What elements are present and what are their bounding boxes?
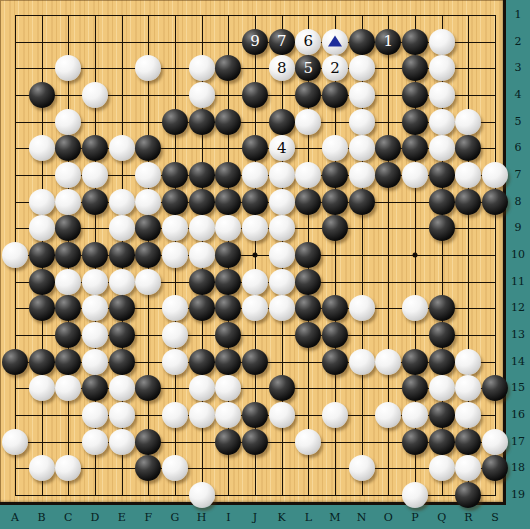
stone-white-K9[interactable] bbox=[269, 215, 295, 241]
row-label-3: 3 bbox=[506, 62, 530, 74]
stone-white-D11[interactable] bbox=[82, 269, 108, 295]
stone-white-L17[interactable] bbox=[295, 429, 321, 455]
stone-black-L8[interactable] bbox=[295, 189, 321, 215]
stone-black-C10[interactable] bbox=[55, 242, 81, 268]
column-label-R: R bbox=[458, 511, 478, 524]
stone-black-L3[interactable]: 5 bbox=[295, 55, 321, 81]
stone-black-H14[interactable] bbox=[189, 349, 215, 375]
row-label-5: 5 bbox=[506, 116, 530, 128]
stone-black-J4[interactable] bbox=[242, 82, 268, 108]
stone-white-B8[interactable] bbox=[29, 189, 55, 215]
stone-white-P7[interactable] bbox=[402, 162, 428, 188]
stone-white-F7[interactable] bbox=[135, 162, 161, 188]
stone-black-J14[interactable] bbox=[242, 349, 268, 375]
stone-white-N3[interactable] bbox=[349, 55, 375, 81]
stone-white-M6[interactable] bbox=[322, 135, 348, 161]
stone-white-E9[interactable] bbox=[109, 215, 135, 241]
stone-black-S15[interactable] bbox=[482, 375, 508, 401]
column-label-N: N bbox=[352, 511, 372, 524]
stone-white-C8[interactable] bbox=[55, 189, 81, 215]
stone-white-E11[interactable] bbox=[109, 269, 135, 295]
stone-white-H4[interactable] bbox=[189, 82, 215, 108]
stone-white-J12[interactable] bbox=[242, 295, 268, 321]
move-number-9: 9 bbox=[250, 34, 260, 49]
stone-black-P15[interactable] bbox=[402, 375, 428, 401]
stone-black-Q16[interactable] bbox=[429, 402, 455, 428]
stone-white-H9[interactable] bbox=[189, 215, 215, 241]
column-label-A: A bbox=[5, 511, 25, 524]
stone-white-H10[interactable] bbox=[189, 242, 215, 268]
stone-black-N8[interactable] bbox=[349, 189, 375, 215]
stone-white-G12[interactable] bbox=[162, 295, 188, 321]
stone-white-M16[interactable] bbox=[322, 402, 348, 428]
column-label-S: S bbox=[485, 511, 505, 524]
stone-black-H7[interactable] bbox=[189, 162, 215, 188]
hoshi-P10 bbox=[413, 253, 418, 258]
stone-black-G5[interactable] bbox=[162, 109, 188, 135]
stone-black-Q12[interactable] bbox=[429, 295, 455, 321]
stone-black-F6[interactable] bbox=[135, 135, 161, 161]
stone-black-P6[interactable] bbox=[402, 135, 428, 161]
stone-white-J7[interactable] bbox=[242, 162, 268, 188]
stone-white-Q2[interactable] bbox=[429, 29, 455, 55]
row-label-13: 13 bbox=[506, 329, 530, 341]
row-label-4: 4 bbox=[506, 89, 530, 101]
column-label-F: F bbox=[138, 511, 158, 524]
stone-black-I13[interactable] bbox=[215, 322, 241, 348]
stone-black-L12[interactable] bbox=[295, 295, 321, 321]
stone-white-D17[interactable] bbox=[82, 429, 108, 455]
stone-white-F8[interactable] bbox=[135, 189, 161, 215]
stone-black-I14[interactable] bbox=[215, 349, 241, 375]
stone-white-L2[interactable]: 6 bbox=[295, 29, 321, 55]
stone-black-C6[interactable] bbox=[55, 135, 81, 161]
stone-white-L7[interactable] bbox=[295, 162, 321, 188]
stone-black-D10[interactable] bbox=[82, 242, 108, 268]
stone-white-M2[interactable] bbox=[322, 29, 348, 55]
stone-black-A14[interactable] bbox=[2, 349, 28, 375]
stone-white-H15[interactable] bbox=[189, 375, 215, 401]
stone-white-B6[interactable] bbox=[29, 135, 55, 161]
stone-white-R16[interactable] bbox=[455, 402, 481, 428]
row-label-11: 11 bbox=[506, 276, 530, 288]
stone-white-E17[interactable] bbox=[109, 429, 135, 455]
stone-black-I5[interactable] bbox=[215, 109, 241, 135]
stone-black-B4[interactable] bbox=[29, 82, 55, 108]
column-label-K: K bbox=[272, 511, 292, 524]
stone-white-C11[interactable] bbox=[55, 269, 81, 295]
stone-white-G9[interactable] bbox=[162, 215, 188, 241]
stone-black-L13[interactable] bbox=[295, 322, 321, 348]
stone-white-Q15[interactable] bbox=[429, 375, 455, 401]
stone-white-K10[interactable] bbox=[269, 242, 295, 268]
stone-white-N5[interactable] bbox=[349, 109, 375, 135]
triangle-marker bbox=[328, 35, 342, 46]
stone-black-I8[interactable] bbox=[215, 189, 241, 215]
row-label-15: 15 bbox=[506, 382, 530, 394]
stone-black-F18[interactable] bbox=[135, 455, 161, 481]
stone-white-C18[interactable] bbox=[55, 455, 81, 481]
go-game-screen: 97618524 ABCDEFGHIJKLMNOPQRS123456789101… bbox=[0, 0, 530, 529]
stone-black-B11[interactable] bbox=[29, 269, 55, 295]
stone-white-G16[interactable] bbox=[162, 402, 188, 428]
row-label-7: 7 bbox=[506, 169, 530, 181]
stone-white-C7[interactable] bbox=[55, 162, 81, 188]
stone-white-A10[interactable] bbox=[2, 242, 28, 268]
stone-black-J8[interactable] bbox=[242, 189, 268, 215]
stone-white-E16[interactable] bbox=[109, 402, 135, 428]
stone-black-S8[interactable] bbox=[482, 189, 508, 215]
stone-white-K3[interactable]: 8 bbox=[269, 55, 295, 81]
stone-black-G8[interactable] bbox=[162, 189, 188, 215]
stone-black-D6[interactable] bbox=[82, 135, 108, 161]
stone-white-D12[interactable] bbox=[82, 295, 108, 321]
stone-black-Q14[interactable] bbox=[429, 349, 455, 375]
stone-black-M14[interactable] bbox=[322, 349, 348, 375]
stone-black-B10[interactable] bbox=[29, 242, 55, 268]
stone-white-N12[interactable] bbox=[349, 295, 375, 321]
stone-white-Q3[interactable] bbox=[429, 55, 455, 81]
stone-black-I12[interactable] bbox=[215, 295, 241, 321]
stone-black-Q13[interactable] bbox=[429, 322, 455, 348]
stone-white-K12[interactable] bbox=[269, 295, 295, 321]
stone-black-I17[interactable] bbox=[215, 429, 241, 455]
stone-black-E10[interactable] bbox=[109, 242, 135, 268]
row-label-17: 17 bbox=[506, 436, 530, 448]
stone-black-P3[interactable] bbox=[402, 55, 428, 81]
column-label-I: I bbox=[218, 511, 238, 524]
stone-black-C13[interactable] bbox=[55, 322, 81, 348]
stone-white-J11[interactable] bbox=[242, 269, 268, 295]
stone-black-O7[interactable] bbox=[375, 162, 401, 188]
move-number-4: 4 bbox=[277, 141, 287, 156]
stone-white-P19[interactable] bbox=[402, 482, 428, 508]
stone-white-I15[interactable] bbox=[215, 375, 241, 401]
stone-black-J16[interactable] bbox=[242, 402, 268, 428]
stone-white-K8[interactable] bbox=[269, 189, 295, 215]
stone-white-G18[interactable] bbox=[162, 455, 188, 481]
column-label-H: H bbox=[192, 511, 212, 524]
stone-white-G14[interactable] bbox=[162, 349, 188, 375]
stone-black-L4[interactable] bbox=[295, 82, 321, 108]
stone-black-F17[interactable] bbox=[135, 429, 161, 455]
stone-black-C9[interactable] bbox=[55, 215, 81, 241]
stone-white-N4[interactable] bbox=[349, 82, 375, 108]
row-label-16: 16 bbox=[506, 409, 530, 421]
column-label-C: C bbox=[58, 511, 78, 524]
stone-black-H5[interactable] bbox=[189, 109, 215, 135]
stone-white-D7[interactable] bbox=[82, 162, 108, 188]
column-label-M: M bbox=[325, 511, 345, 524]
stone-white-R14[interactable] bbox=[455, 349, 481, 375]
stone-white-Q18[interactable] bbox=[429, 455, 455, 481]
stone-black-R19[interactable] bbox=[455, 482, 481, 508]
stone-white-D14[interactable] bbox=[82, 349, 108, 375]
column-label-P: P bbox=[405, 511, 425, 524]
stone-white-D13[interactable] bbox=[82, 322, 108, 348]
row-label-10: 10 bbox=[506, 249, 530, 261]
stone-white-H16[interactable] bbox=[189, 402, 215, 428]
row-label-19: 19 bbox=[506, 489, 530, 501]
stone-white-D16[interactable] bbox=[82, 402, 108, 428]
stone-white-I16[interactable] bbox=[215, 402, 241, 428]
stone-white-K11[interactable] bbox=[269, 269, 295, 295]
column-label-B: B bbox=[32, 511, 52, 524]
column-label-L: L bbox=[298, 511, 318, 524]
stone-white-Q6[interactable] bbox=[429, 135, 455, 161]
stone-black-I10[interactable] bbox=[215, 242, 241, 268]
stone-white-B9[interactable] bbox=[29, 215, 55, 241]
stone-white-P16[interactable] bbox=[402, 402, 428, 428]
stone-white-P12[interactable] bbox=[402, 295, 428, 321]
stone-white-B15[interactable] bbox=[29, 375, 55, 401]
stone-white-K16[interactable] bbox=[269, 402, 295, 428]
stone-white-N7[interactable] bbox=[349, 162, 375, 188]
move-number-7: 7 bbox=[277, 34, 287, 49]
column-label-Q: Q bbox=[432, 511, 452, 524]
stone-black-E13[interactable] bbox=[109, 322, 135, 348]
row-label-8: 8 bbox=[506, 196, 530, 208]
move-number-1: 1 bbox=[384, 34, 394, 49]
stone-black-C14[interactable] bbox=[55, 349, 81, 375]
stone-white-H3[interactable] bbox=[189, 55, 215, 81]
stone-white-N6[interactable] bbox=[349, 135, 375, 161]
column-label-O: O bbox=[378, 511, 398, 524]
go-board[interactable]: 97618524 bbox=[0, 0, 506, 505]
stone-white-D4[interactable] bbox=[82, 82, 108, 108]
stone-black-F9[interactable] bbox=[135, 215, 161, 241]
stone-black-J2[interactable]: 9 bbox=[242, 29, 268, 55]
stone-black-M7[interactable] bbox=[322, 162, 348, 188]
stone-black-I11[interactable] bbox=[215, 269, 241, 295]
stone-black-I3[interactable] bbox=[215, 55, 241, 81]
stone-white-Q4[interactable] bbox=[429, 82, 455, 108]
stone-white-G13[interactable] bbox=[162, 322, 188, 348]
stone-black-F10[interactable] bbox=[135, 242, 161, 268]
row-label-6: 6 bbox=[506, 142, 530, 154]
stone-black-E14[interactable] bbox=[109, 349, 135, 375]
stone-white-C3[interactable] bbox=[55, 55, 81, 81]
stone-black-G7[interactable] bbox=[162, 162, 188, 188]
stone-black-K2[interactable]: 7 bbox=[269, 29, 295, 55]
stone-white-H19[interactable] bbox=[189, 482, 215, 508]
stone-black-P5[interactable] bbox=[402, 109, 428, 135]
stone-white-S17[interactable] bbox=[482, 429, 508, 455]
stone-black-D15[interactable] bbox=[82, 375, 108, 401]
stone-black-J6[interactable] bbox=[242, 135, 268, 161]
stone-black-Q8[interactable] bbox=[429, 189, 455, 215]
stone-black-L10[interactable] bbox=[295, 242, 321, 268]
stone-white-O14[interactable] bbox=[375, 349, 401, 375]
stone-black-M12[interactable] bbox=[322, 295, 348, 321]
stone-black-C12[interactable] bbox=[55, 295, 81, 321]
stone-black-D8[interactable] bbox=[82, 189, 108, 215]
stone-white-K7[interactable] bbox=[269, 162, 295, 188]
stone-white-N14[interactable] bbox=[349, 349, 375, 375]
stone-white-G10[interactable] bbox=[162, 242, 188, 268]
row-label-12: 12 bbox=[506, 302, 530, 314]
row-label-2: 2 bbox=[506, 36, 530, 48]
stone-white-A17[interactable] bbox=[2, 429, 28, 455]
move-number-6: 6 bbox=[304, 34, 314, 49]
stone-black-M13[interactable] bbox=[322, 322, 348, 348]
stone-black-N2[interactable] bbox=[349, 29, 375, 55]
stone-black-K15[interactable] bbox=[269, 375, 295, 401]
stone-black-H8[interactable] bbox=[189, 189, 215, 215]
stone-white-N18[interactable] bbox=[349, 455, 375, 481]
stone-white-L5[interactable] bbox=[295, 109, 321, 135]
row-label-18: 18 bbox=[506, 462, 530, 474]
stone-black-M8[interactable] bbox=[322, 189, 348, 215]
row-label-9: 9 bbox=[506, 222, 530, 234]
stone-white-F3[interactable] bbox=[135, 55, 161, 81]
stone-white-J9[interactable] bbox=[242, 215, 268, 241]
stone-white-E6[interactable] bbox=[109, 135, 135, 161]
stone-black-R8[interactable] bbox=[455, 189, 481, 215]
stone-black-H11[interactable] bbox=[189, 269, 215, 295]
grid-line-h bbox=[15, 468, 496, 469]
column-label-D: D bbox=[85, 511, 105, 524]
stone-black-P4[interactable] bbox=[402, 82, 428, 108]
move-number-5: 5 bbox=[304, 61, 314, 76]
stone-white-F11[interactable] bbox=[135, 269, 161, 295]
hoshi-J10 bbox=[253, 253, 258, 258]
stone-white-S7[interactable] bbox=[482, 162, 508, 188]
column-label-J: J bbox=[245, 511, 265, 524]
stone-black-O2[interactable]: 1 bbox=[375, 29, 401, 55]
stone-black-O6[interactable] bbox=[375, 135, 401, 161]
stone-white-C5[interactable] bbox=[55, 109, 81, 135]
move-number-2: 2 bbox=[330, 61, 340, 76]
grid-line-v bbox=[495, 15, 496, 496]
stone-black-Q17[interactable] bbox=[429, 429, 455, 455]
stone-black-P14[interactable] bbox=[402, 349, 428, 375]
stone-white-R7[interactable] bbox=[455, 162, 481, 188]
stone-white-E15[interactable] bbox=[109, 375, 135, 401]
stone-black-Q9[interactable] bbox=[429, 215, 455, 241]
stone-white-Q5[interactable] bbox=[429, 109, 455, 135]
stone-black-M4[interactable] bbox=[322, 82, 348, 108]
stone-white-R18[interactable] bbox=[455, 455, 481, 481]
move-number-8: 8 bbox=[277, 61, 287, 76]
column-label-E: E bbox=[112, 511, 132, 524]
column-label-G: G bbox=[165, 511, 185, 524]
stone-white-O16[interactable] bbox=[375, 402, 401, 428]
row-label-14: 14 bbox=[506, 356, 530, 368]
stone-black-B14[interactable] bbox=[29, 349, 55, 375]
stone-black-S18[interactable] bbox=[482, 455, 508, 481]
stone-black-E12[interactable] bbox=[109, 295, 135, 321]
stone-white-R5[interactable] bbox=[455, 109, 481, 135]
stone-black-F15[interactable] bbox=[135, 375, 161, 401]
stone-white-R15[interactable] bbox=[455, 375, 481, 401]
stone-black-Q7[interactable] bbox=[429, 162, 455, 188]
stone-white-K6[interactable]: 4 bbox=[269, 135, 295, 161]
stone-white-C15[interactable] bbox=[55, 375, 81, 401]
stone-black-R6[interactable] bbox=[455, 135, 481, 161]
stone-black-L11[interactable] bbox=[295, 269, 321, 295]
row-label-1: 1 bbox=[506, 9, 530, 21]
stone-white-I9[interactable] bbox=[215, 215, 241, 241]
stone-white-E8[interactable] bbox=[109, 189, 135, 215]
stone-black-I7[interactable] bbox=[215, 162, 241, 188]
stone-black-R17[interactable] bbox=[455, 429, 481, 455]
stone-black-M9[interactable] bbox=[322, 215, 348, 241]
stone-black-K5[interactable] bbox=[269, 109, 295, 135]
stone-black-B12[interactable] bbox=[29, 295, 55, 321]
stone-white-B18[interactable] bbox=[29, 455, 55, 481]
stone-black-P2[interactable] bbox=[402, 29, 428, 55]
stone-white-M3[interactable]: 2 bbox=[322, 55, 348, 81]
stone-black-H12[interactable] bbox=[189, 295, 215, 321]
stone-black-J17[interactable] bbox=[242, 429, 268, 455]
stone-black-P17[interactable] bbox=[402, 429, 428, 455]
